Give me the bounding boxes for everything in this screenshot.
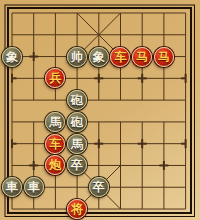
piece-character: 車 — [28, 181, 40, 193]
piece-character: 砲 — [71, 94, 83, 106]
piece-red-general[interactable]: 将 — [67, 199, 87, 219]
piece-red-soldier[interactable]: 兵 — [45, 68, 65, 88]
piece-character: 马 — [136, 51, 148, 63]
piece-character: 象 — [6, 51, 18, 63]
piece-beige-cannon[interactable]: 砲 — [67, 112, 87, 132]
xiangqi-board[interactable]: 象帅象车马马兵砲馬砲车馬炮卒車車卒将 — [0, 0, 200, 220]
piece-red-chariot[interactable]: 车 — [110, 47, 130, 67]
piece-beige-horse[interactable]: 馬 — [67, 134, 87, 154]
piece-beige-soldier[interactable]: 卒 — [89, 177, 109, 197]
piece-beige-horse[interactable]: 馬 — [45, 112, 65, 132]
piece-beige-soldier[interactable]: 卒 — [67, 155, 87, 175]
piece-red-horse[interactable]: 马 — [154, 47, 174, 67]
piece-beige-chariot[interactable]: 車 — [24, 177, 44, 197]
piece-character: 象 — [93, 51, 105, 63]
piece-character: 兵 — [49, 72, 61, 84]
piece-character: 炮 — [49, 159, 61, 171]
piece-red-horse[interactable]: 马 — [132, 47, 152, 67]
piece-beige-elephant[interactable]: 象 — [89, 47, 109, 67]
piece-character: 卒 — [71, 159, 83, 171]
piece-character: 車 — [6, 181, 18, 193]
piece-character: 车 — [49, 138, 61, 150]
piece-character: 馬 — [71, 138, 83, 150]
pieces-layer: 象帅象车马马兵砲馬砲车馬炮卒車車卒将 — [1, 2, 196, 220]
piece-red-cannon[interactable]: 炮 — [45, 155, 65, 175]
piece-beige-elephant[interactable]: 象 — [2, 47, 22, 67]
piece-character: 将 — [71, 203, 83, 215]
piece-character: 车 — [114, 51, 126, 63]
piece-character: 砲 — [71, 116, 83, 128]
piece-red-chariot[interactable]: 车 — [45, 134, 65, 154]
piece-character: 马 — [158, 51, 170, 63]
xiangqi-app: 象帅象车马马兵砲馬砲车馬炮卒車車卒将 — [0, 0, 200, 220]
piece-character: 馬 — [49, 116, 61, 128]
piece-beige-chariot[interactable]: 車 — [2, 177, 22, 197]
piece-character: 帅 — [71, 51, 83, 63]
piece-beige-general[interactable]: 帅 — [67, 47, 87, 67]
piece-beige-cannon[interactable]: 砲 — [67, 90, 87, 110]
piece-character: 卒 — [93, 181, 105, 193]
